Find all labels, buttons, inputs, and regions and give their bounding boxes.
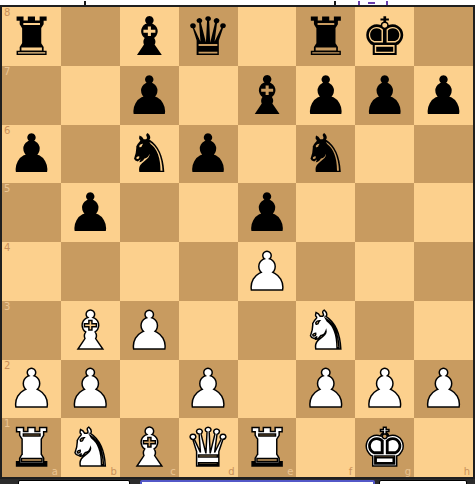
cropped-button-middle[interactable] [140, 480, 375, 484]
square-c6[interactable]: ♞ [120, 125, 179, 184]
square-f4[interactable] [296, 242, 355, 301]
square-f2[interactable]: ♟ [296, 360, 355, 419]
square-b4[interactable] [61, 242, 120, 301]
square-a4[interactable]: 4 [2, 242, 61, 301]
square-b6[interactable] [61, 125, 120, 184]
square-a1[interactable]: 1a♜ [2, 418, 61, 477]
piece-black-pawn[interactable]: ♟ [120, 66, 179, 125]
square-f8[interactable]: ♜ [296, 7, 355, 66]
square-b8[interactable] [61, 7, 120, 66]
square-g3[interactable] [355, 301, 414, 360]
piece-black-pawn[interactable]: ♟ [296, 66, 355, 125]
square-b7[interactable] [61, 66, 120, 125]
file-label: f [349, 466, 353, 477]
square-e5[interactable]: ♟ [238, 183, 297, 242]
piece-black-pawn[interactable]: ♟ [2, 125, 61, 184]
square-c1[interactable]: c♝ [120, 418, 179, 477]
cropped-button-right[interactable] [379, 480, 467, 484]
square-h6[interactable] [414, 125, 473, 184]
piece-white-pawn[interactable]: ♟ [238, 242, 297, 301]
square-e2[interactable] [238, 360, 297, 419]
chess-board: 8♜♝♛♜♚7♟♝♟♟♟6♟♞♟♞5♟♟4♟3♝♟♞2♟♟♟♟♟♟1a♜b♞c♝… [0, 5, 475, 479]
caption-link-mark [358, 1, 360, 5]
piece-white-bishop[interactable]: ♝ [120, 418, 179, 477]
piece-white-pawn[interactable]: ♟ [296, 360, 355, 419]
piece-black-knight[interactable]: ♞ [120, 125, 179, 184]
square-a8[interactable]: 8♜ [2, 7, 61, 66]
square-a6[interactable]: 6♟ [2, 125, 61, 184]
rank-label: 5 [4, 183, 10, 194]
square-g7[interactable]: ♟ [355, 66, 414, 125]
square-e4[interactable]: ♟ [238, 242, 297, 301]
piece-white-queen[interactable]: ♛ [179, 418, 238, 477]
square-b2[interactable]: ♟ [61, 360, 120, 419]
caption-descender-mark [84, 1, 86, 5]
square-f7[interactable]: ♟ [296, 66, 355, 125]
piece-black-rook[interactable]: ♜ [296, 7, 355, 66]
cropped-button-left[interactable] [18, 480, 130, 484]
piece-black-pawn[interactable]: ♟ [61, 183, 120, 242]
piece-white-pawn[interactable]: ♟ [414, 360, 473, 419]
piece-white-bishop[interactable]: ♝ [61, 301, 120, 360]
piece-white-pawn[interactable]: ♟ [179, 360, 238, 419]
rank-label: 7 [4, 66, 10, 77]
square-d2[interactable]: ♟ [179, 360, 238, 419]
piece-white-pawn[interactable]: ♟ [355, 360, 414, 419]
caption-link-mark [368, 2, 375, 4]
square-c4[interactable] [120, 242, 179, 301]
square-a3[interactable]: 3 [2, 301, 61, 360]
square-c8[interactable]: ♝ [120, 7, 179, 66]
square-g1[interactable]: g♚ [355, 418, 414, 477]
square-b5[interactable]: ♟ [61, 183, 120, 242]
piece-white-king[interactable]: ♚ [355, 418, 414, 477]
square-g6[interactable] [355, 125, 414, 184]
square-h3[interactable] [414, 301, 473, 360]
square-c3[interactable]: ♟ [120, 301, 179, 360]
square-c5[interactable] [120, 183, 179, 242]
piece-white-rook[interactable]: ♜ [2, 418, 61, 477]
square-f3[interactable]: ♞ [296, 301, 355, 360]
piece-black-king[interactable]: ♚ [355, 7, 414, 66]
piece-black-pawn[interactable]: ♟ [179, 125, 238, 184]
square-c7[interactable]: ♟ [120, 66, 179, 125]
square-b1[interactable]: b♞ [61, 418, 120, 477]
square-f5[interactable] [296, 183, 355, 242]
chess-app-page: 8♜♝♛♜♚7♟♝♟♟♟6♟♞♟♞5♟♟4♟3♝♟♞2♟♟♟♟♟♟1a♜b♞c♝… [0, 0, 475, 484]
square-g4[interactable] [355, 242, 414, 301]
piece-black-bishop[interactable]: ♝ [120, 7, 179, 66]
piece-white-pawn[interactable]: ♟ [2, 360, 61, 419]
square-e8[interactable] [238, 7, 297, 66]
piece-black-pawn[interactable]: ♟ [414, 66, 473, 125]
piece-white-knight[interactable]: ♞ [61, 418, 120, 477]
piece-black-queen[interactable]: ♛ [179, 7, 238, 66]
square-e6[interactable] [238, 125, 297, 184]
square-h7[interactable]: ♟ [414, 66, 473, 125]
piece-white-rook[interactable]: ♜ [238, 418, 297, 477]
cropped-caption [0, 0, 475, 5]
square-d5[interactable] [179, 183, 238, 242]
square-c2[interactable] [120, 360, 179, 419]
square-d6[interactable]: ♟ [179, 125, 238, 184]
cropped-button-strip [0, 479, 475, 484]
square-g5[interactable] [355, 183, 414, 242]
rank-label: 4 [4, 242, 10, 253]
square-d3[interactable] [179, 301, 238, 360]
square-e7[interactable]: ♝ [238, 66, 297, 125]
square-h2[interactable]: ♟ [414, 360, 473, 419]
square-h8[interactable] [414, 7, 473, 66]
caption-link-mark [386, 1, 388, 5]
square-d1[interactable]: d♛ [179, 418, 238, 477]
square-e3[interactable] [238, 301, 297, 360]
square-g2[interactable]: ♟ [355, 360, 414, 419]
square-b3[interactable]: ♝ [61, 301, 120, 360]
square-e1[interactable]: e♜ [238, 418, 297, 477]
piece-black-bishop[interactable]: ♝ [238, 66, 297, 125]
square-d4[interactable] [179, 242, 238, 301]
square-g8[interactable]: ♚ [355, 7, 414, 66]
piece-black-pawn[interactable]: ♟ [355, 66, 414, 125]
rank-label: 3 [4, 301, 10, 312]
square-d7[interactable] [179, 66, 238, 125]
piece-black-pawn[interactable]: ♟ [238, 183, 297, 242]
piece-black-knight[interactable]: ♞ [296, 125, 355, 184]
piece-white-pawn[interactable]: ♟ [120, 301, 179, 360]
square-f6[interactable]: ♞ [296, 125, 355, 184]
file-label: h [464, 466, 470, 477]
square-d8[interactable]: ♛ [179, 7, 238, 66]
piece-white-pawn[interactable]: ♟ [61, 360, 120, 419]
square-f1[interactable]: f [296, 418, 355, 477]
caption-descender-mark [334, 1, 336, 5]
square-h1[interactable]: h [414, 418, 473, 477]
square-h5[interactable] [414, 183, 473, 242]
square-a5[interactable]: 5 [2, 183, 61, 242]
piece-white-knight[interactable]: ♞ [296, 301, 355, 360]
square-h4[interactable] [414, 242, 473, 301]
piece-black-rook[interactable]: ♜ [2, 7, 61, 66]
square-a7[interactable]: 7 [2, 66, 61, 125]
square-a2[interactable]: 2♟ [2, 360, 61, 419]
